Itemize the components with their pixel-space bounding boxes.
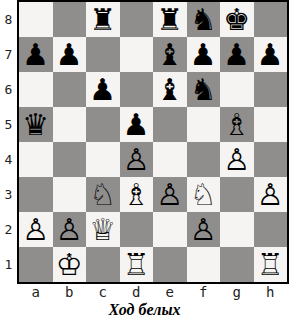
square-c5[interactable]: [86, 107, 120, 142]
file-label-h: h: [254, 284, 288, 301]
square-f2[interactable]: ♙: [187, 212, 221, 247]
square-c2[interactable]: ♕: [86, 212, 120, 247]
file-label-c: c: [86, 284, 120, 301]
file-label-b: b: [53, 284, 87, 301]
file-label-d: d: [120, 284, 154, 301]
square-a7[interactable]: ♟: [19, 37, 53, 72]
piece-white-knight: ♘: [86, 177, 120, 212]
square-c6[interactable]: ♟: [86, 72, 120, 107]
square-d8[interactable]: [120, 2, 154, 37]
square-d2[interactable]: [120, 212, 154, 247]
piece-black-pawn: ♟: [187, 37, 221, 72]
square-b7[interactable]: ♟: [53, 37, 87, 72]
square-h7[interactable]: ♟: [254, 37, 288, 72]
piece-black-king: ♚: [220, 2, 254, 37]
square-a3[interactable]: [19, 177, 53, 212]
piece-black-bishop: ♝: [153, 72, 187, 107]
piece-white-pawn: ♙: [153, 177, 187, 212]
square-d5[interactable]: ♟: [120, 107, 154, 142]
piece-white-pawn: ♙: [120, 142, 154, 177]
square-h5[interactable]: [254, 107, 288, 142]
square-b8[interactable]: [53, 2, 87, 37]
square-e6[interactable]: ♝: [153, 72, 187, 107]
piece-black-pawn: ♟: [86, 72, 120, 107]
piece-black-pawn: ♟: [120, 107, 154, 142]
square-g4[interactable]: ♙: [220, 142, 254, 177]
piece-white-pawn: ♙: [187, 212, 221, 247]
board-area: 87654321 ♜♜♞♚♟♟♝♟♟♟♟♝♞♛♟♗♙♙♘♗♙♘♙♙♙♕♙♔♖♖: [0, 0, 302, 284]
piece-white-pawn: ♙: [53, 212, 87, 247]
square-d3[interactable]: ♗: [120, 177, 154, 212]
file-label-g: g: [220, 284, 254, 301]
square-d1[interactable]: ♖: [120, 247, 154, 282]
square-e2[interactable]: [153, 212, 187, 247]
square-g2[interactable]: [220, 212, 254, 247]
file-label-f: f: [187, 284, 221, 301]
square-e8[interactable]: ♜: [153, 2, 187, 37]
piece-white-pawn: ♙: [19, 212, 53, 247]
piece-black-queen: ♛: [19, 107, 53, 142]
piece-black-knight: ♞: [187, 2, 221, 37]
square-b4[interactable]: [53, 142, 87, 177]
square-d4[interactable]: ♙: [120, 142, 154, 177]
move-indicator-caption: Ход белых: [0, 301, 289, 319]
piece-white-king: ♔: [53, 247, 87, 282]
square-h1[interactable]: ♖: [254, 247, 288, 282]
rank-label-3: 3: [0, 177, 17, 212]
file-label-e: e: [153, 284, 187, 301]
square-e7[interactable]: ♝: [153, 37, 187, 72]
rank-label-7: 7: [0, 37, 17, 72]
rank-label-2: 2: [0, 212, 17, 247]
square-b1[interactable]: ♔: [53, 247, 87, 282]
piece-black-bishop: ♝: [153, 37, 187, 72]
square-a6[interactable]: [19, 72, 53, 107]
square-f5[interactable]: [187, 107, 221, 142]
square-b3[interactable]: [53, 177, 87, 212]
square-g8[interactable]: ♚: [220, 2, 254, 37]
square-g6[interactable]: [220, 72, 254, 107]
piece-white-queen: ♕: [86, 212, 120, 247]
square-e1[interactable]: [153, 247, 187, 282]
square-e3[interactable]: ♙: [153, 177, 187, 212]
rank-label-8: 8: [0, 2, 17, 37]
piece-white-knight: ♘: [187, 177, 221, 212]
piece-black-pawn: ♟: [254, 37, 288, 72]
square-e5[interactable]: [153, 107, 187, 142]
square-b6[interactable]: [53, 72, 87, 107]
square-b5[interactable]: [53, 107, 87, 142]
square-f8[interactable]: ♞: [187, 2, 221, 37]
square-f1[interactable]: [187, 247, 221, 282]
piece-black-rook: ♜: [153, 2, 187, 37]
square-c7[interactable]: [86, 37, 120, 72]
square-b2[interactable]: ♙: [53, 212, 87, 247]
piece-black-knight: ♞: [187, 72, 221, 107]
square-c4[interactable]: [86, 142, 120, 177]
piece-black-pawn: ♟: [53, 37, 87, 72]
piece-black-pawn: ♟: [220, 37, 254, 72]
square-a8[interactable]: [19, 2, 53, 37]
rank-label-1: 1: [0, 247, 17, 282]
square-c8[interactable]: ♜: [86, 2, 120, 37]
piece-black-pawn: ♟: [19, 37, 53, 72]
rank-labels: 87654321: [0, 0, 17, 282]
rank-label-5: 5: [0, 107, 17, 142]
square-c1[interactable]: [86, 247, 120, 282]
square-h6[interactable]: [254, 72, 288, 107]
piece-white-rook: ♖: [254, 247, 288, 282]
square-g1[interactable]: [220, 247, 254, 282]
piece-white-pawn: ♙: [254, 177, 288, 212]
rank-label-6: 6: [0, 72, 17, 107]
chess-diagram: 87654321 ♜♜♞♚♟♟♝♟♟♟♟♝♞♛♟♗♙♙♘♗♙♘♙♙♙♕♙♔♖♖ …: [0, 0, 302, 320]
square-g7[interactable]: ♟: [220, 37, 254, 72]
square-g5[interactable]: ♗: [220, 107, 254, 142]
square-a1[interactable]: [19, 247, 53, 282]
file-labels: abcdefgh: [19, 284, 302, 301]
square-e4[interactable]: [153, 142, 187, 177]
square-d7[interactable]: [120, 37, 154, 72]
square-d6[interactable]: [120, 72, 154, 107]
square-f4[interactable]: [187, 142, 221, 177]
square-f7[interactable]: ♟: [187, 37, 221, 72]
file-label-a: a: [19, 284, 53, 301]
square-g3[interactable]: [220, 177, 254, 212]
rank-label-4: 4: [0, 142, 17, 177]
piece-black-rook: ♜: [86, 2, 120, 37]
piece-white-bishop: ♗: [220, 107, 254, 142]
square-h3[interactable]: ♙: [254, 177, 288, 212]
piece-white-bishop: ♗: [120, 177, 154, 212]
square-f3[interactable]: ♘: [187, 177, 221, 212]
square-h2[interactable]: [254, 212, 288, 247]
chess-board: ♜♜♞♚♟♟♝♟♟♟♟♝♞♛♟♗♙♙♘♗♙♘♙♙♙♕♙♔♖♖: [17, 0, 289, 284]
square-h4[interactable]: [254, 142, 288, 177]
piece-white-pawn: ♙: [220, 142, 254, 177]
square-f6[interactable]: ♞: [187, 72, 221, 107]
square-c3[interactable]: ♘: [86, 177, 120, 212]
square-a5[interactable]: ♛: [19, 107, 53, 142]
square-a2[interactable]: ♙: [19, 212, 53, 247]
piece-white-rook: ♖: [120, 247, 154, 282]
square-a4[interactable]: [19, 142, 53, 177]
square-h8[interactable]: [254, 2, 288, 37]
